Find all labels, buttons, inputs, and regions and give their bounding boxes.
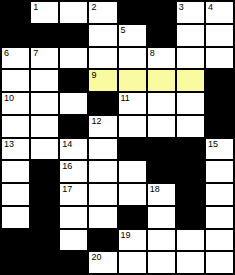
block-cell-r7c6	[148, 139, 175, 160]
clue-number-15: 15	[208, 139, 218, 150]
block-cell-r9c2	[31, 184, 58, 205]
cell-r10c4[interactable]	[89, 207, 116, 228]
block-cell-r2c6	[148, 25, 175, 46]
block-cell-r1c5	[119, 2, 146, 23]
cell-r11c6[interactable]	[148, 230, 175, 251]
cell-r8c1[interactable]	[2, 161, 29, 182]
cell-r12c5[interactable]	[119, 252, 146, 273]
cell-r3c6[interactable]: 8	[148, 48, 175, 69]
cell-r6c6[interactable]	[148, 116, 175, 137]
block-cell-r4c3	[60, 70, 87, 91]
cell-r4c5[interactable]	[119, 70, 146, 91]
cell-r1c8[interactable]: 4	[206, 2, 233, 23]
cell-r7c8[interactable]: 15	[206, 139, 233, 160]
crossword-grid: 1234567891011121314151617181920	[0, 0, 235, 275]
block-cell-r1c6	[148, 2, 175, 23]
cell-r11c3[interactable]	[60, 230, 87, 251]
clue-number-19: 19	[121, 230, 131, 241]
cell-r4c2[interactable]	[31, 70, 58, 91]
block-cell-r2c1	[2, 25, 29, 46]
clue-number-16: 16	[62, 161, 72, 172]
clue-number-12: 12	[91, 116, 101, 127]
block-cell-r8c6	[148, 161, 175, 182]
cell-r5c5[interactable]: 11	[119, 93, 146, 114]
block-cell-r2c2	[31, 25, 58, 46]
cell-r3c2[interactable]: 7	[31, 48, 58, 69]
cell-r8c8[interactable]	[206, 161, 233, 182]
cell-r3c7[interactable]	[177, 48, 204, 69]
block-cell-r11c2	[31, 230, 58, 251]
clue-number-10: 10	[4, 93, 14, 104]
cell-r9c8[interactable]	[206, 184, 233, 205]
cell-r7c1[interactable]: 13	[2, 139, 29, 160]
clue-number-11: 11	[121, 93, 130, 104]
block-cell-r1c1	[2, 2, 29, 23]
cell-r6c1[interactable]	[2, 116, 29, 137]
cell-r9c1[interactable]	[2, 184, 29, 205]
cell-r11c7[interactable]	[177, 230, 204, 251]
clue-number-1: 1	[33, 2, 38, 13]
block-cell-r7c7	[177, 139, 204, 160]
cell-r1c4[interactable]: 2	[89, 2, 116, 23]
cell-r3c5[interactable]	[119, 48, 146, 69]
cell-r6c5[interactable]	[119, 116, 146, 137]
cell-r7c3[interactable]: 14	[60, 139, 87, 160]
clue-number-2: 2	[91, 2, 96, 13]
clue-number-7: 7	[33, 48, 38, 59]
cell-r3c3[interactable]	[60, 48, 87, 69]
cell-r9c5[interactable]	[119, 184, 146, 205]
cell-r5c1[interactable]: 10	[2, 93, 29, 114]
cell-r3c4[interactable]	[89, 48, 116, 69]
cell-r12c6[interactable]	[148, 252, 175, 273]
block-cell-r10c5	[119, 207, 146, 228]
clue-number-20: 20	[91, 252, 101, 263]
block-cell-r6c8	[206, 116, 233, 137]
block-cell-r10c7	[177, 207, 204, 228]
cell-r12c7[interactable]	[177, 252, 204, 273]
block-cell-r11c4	[89, 230, 116, 251]
clue-number-6: 6	[4, 48, 9, 59]
block-cell-r2c3	[60, 25, 87, 46]
cell-r7c4[interactable]	[89, 139, 116, 160]
cell-r8c5[interactable]	[119, 161, 146, 182]
cell-r5c6[interactable]	[148, 93, 175, 114]
block-cell-r4c8	[206, 70, 233, 91]
cell-r1c3[interactable]	[60, 2, 87, 23]
block-cell-r10c2	[31, 207, 58, 228]
clue-number-17: 17	[62, 184, 72, 195]
cell-r10c1[interactable]	[2, 207, 29, 228]
block-cell-r11c1	[2, 230, 29, 251]
cell-r9c4[interactable]	[89, 184, 116, 205]
cell-r1c2[interactable]: 1	[31, 2, 58, 23]
block-cell-r5c4	[89, 93, 116, 114]
cell-r6c4[interactable]: 12	[89, 116, 116, 137]
clue-number-14: 14	[62, 139, 72, 150]
clue-number-9: 9	[91, 70, 96, 81]
cell-r11c5[interactable]: 19	[119, 230, 146, 251]
cell-r10c3[interactable]	[60, 207, 87, 228]
cell-r5c2[interactable]	[31, 93, 58, 114]
cell-r4c7[interactable]	[177, 70, 204, 91]
cell-r3c1[interactable]: 6	[2, 48, 29, 69]
block-cell-r12c3	[60, 252, 87, 273]
cell-r9c3[interactable]: 17	[60, 184, 87, 205]
cell-r10c6[interactable]	[148, 207, 175, 228]
cell-r5c7[interactable]	[177, 93, 204, 114]
cell-r7c2[interactable]	[31, 139, 58, 160]
cell-r8c4[interactable]	[89, 161, 116, 182]
cell-r3c8[interactable]	[206, 48, 233, 69]
cell-r4c4[interactable]: 9	[89, 70, 116, 91]
cell-r2c7[interactable]	[177, 25, 204, 46]
block-cell-r9c7	[177, 184, 204, 205]
cell-r2c8[interactable]	[206, 25, 233, 46]
cell-r5c3[interactable]	[60, 93, 87, 114]
cell-r6c7[interactable]	[177, 116, 204, 137]
cell-r2c4[interactable]	[89, 25, 116, 46]
cell-r8c3[interactable]: 16	[60, 161, 87, 182]
block-cell-r5c8	[206, 93, 233, 114]
block-cell-r6c3	[60, 116, 87, 137]
cell-r6c2[interactable]	[31, 116, 58, 137]
clue-number-8: 8	[150, 48, 155, 59]
cell-r11c8[interactable]	[206, 230, 233, 251]
cell-r4c6[interactable]	[148, 70, 175, 91]
block-cell-r8c2	[31, 161, 58, 182]
clue-number-4: 4	[208, 2, 213, 13]
block-cell-r7c5	[119, 139, 146, 160]
block-cell-r12c1	[2, 252, 29, 273]
block-cell-r8c7	[177, 161, 204, 182]
cell-r10c8[interactable]	[206, 207, 233, 228]
clue-number-18: 18	[150, 184, 160, 195]
cell-r4c1[interactable]	[2, 70, 29, 91]
cell-r2c5[interactable]: 5	[119, 25, 146, 46]
cell-r9c6[interactable]: 18	[148, 184, 175, 205]
block-cell-r12c2	[31, 252, 58, 273]
cell-r1c7[interactable]: 3	[177, 2, 204, 23]
cell-r12c8[interactable]	[206, 252, 233, 273]
cell-r12c4[interactable]: 20	[89, 252, 116, 273]
clue-number-5: 5	[121, 25, 126, 36]
clue-number-13: 13	[4, 139, 14, 150]
clue-number-3: 3	[179, 2, 184, 13]
